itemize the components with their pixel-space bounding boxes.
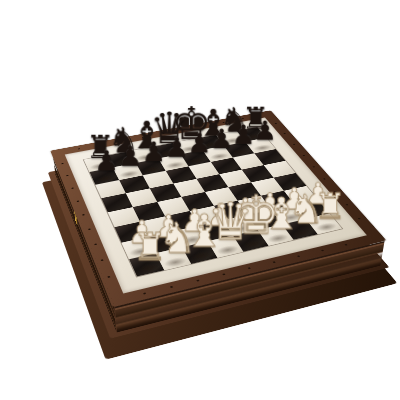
product-photo-scene: ♜♞♝♛♚♝♞♜♟♟♟♟♟♟♟♟♟♟♟♟♟♟♟♟♜♞♝♛♚♝♞♜ bbox=[0, 0, 400, 400]
chess-box: ♜♞♝♛♚♝♞♜♟♟♟♟♟♟♟♟♟♟♟♟♟♟♟♟♜♞♝♛♚♝♞♜ bbox=[50, 110, 386, 307]
square-a7: ♟ bbox=[89, 167, 119, 184]
white-rook: ♜ bbox=[120, 228, 181, 266]
square-a1: ♜ bbox=[129, 253, 164, 276]
square-f6 bbox=[211, 158, 242, 175]
black-pawn: ♟ bbox=[80, 148, 132, 176]
